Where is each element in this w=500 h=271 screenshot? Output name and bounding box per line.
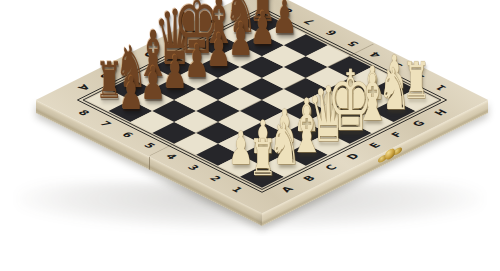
rank-label-right-6: 6: [322, 28, 339, 37]
rank-label-left-1: 1: [228, 185, 245, 194]
file-label-bottom-a: A: [278, 185, 296, 194]
rank-label-right-5: 5: [344, 39, 361, 48]
file-label-bottom-b: B: [300, 174, 318, 183]
rank-label-left-6: 6: [119, 130, 136, 139]
file-label-bottom-h: H: [431, 108, 449, 117]
rank-label-left-3: 3: [185, 163, 202, 172]
rank-label-left-7: 7: [97, 119, 114, 128]
file-label-bottom-g: G: [410, 119, 428, 128]
product-photo: ABCDEFGHABCDEFGH8765432187654321 ♜♞♝♛♚♝♞…: [0, 0, 500, 271]
rank-label-left-5: 5: [141, 141, 158, 150]
fold-seam-edge: [149, 156, 150, 170]
file-label-bottom-c: C: [322, 163, 339, 172]
rank-label-left-8: 8: [75, 108, 92, 117]
rank-label-left-4: 4: [163, 152, 180, 161]
file-label-bottom-f: F: [388, 130, 405, 138]
rank-label-left-2: 2: [206, 174, 223, 183]
